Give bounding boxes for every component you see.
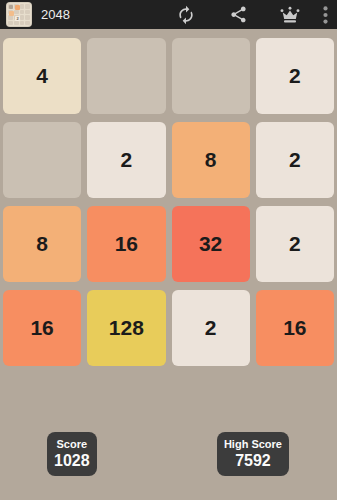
crown-icon[interactable] xyxy=(279,4,301,26)
cell-r2-c0: 8 xyxy=(3,206,81,282)
cell-r0-c0: 4 xyxy=(3,38,81,114)
app-bar-actions xyxy=(145,4,331,26)
cell-r3-c3: 16 xyxy=(256,290,334,366)
cell-r0-c3: 2 xyxy=(256,38,334,114)
cell-r1-c3: 2 xyxy=(256,122,334,198)
game-board[interactable]: 4 2 2 8 2 8 16 32 2 16 128 2 16 xyxy=(0,29,337,366)
high-score-value: 7592 xyxy=(224,451,282,471)
score-box: Score 1028 xyxy=(47,432,97,476)
cell-r2-c2: 32 xyxy=(172,206,250,282)
app-icon-tile xyxy=(9,11,14,16)
cell-r0-c2 xyxy=(172,38,250,114)
cell-r2-c3: 2 xyxy=(256,206,334,282)
high-score-label: High Score xyxy=(224,437,282,451)
score-label: Score xyxy=(54,437,90,451)
share-icon[interactable] xyxy=(227,4,249,26)
cell-r1-c0 xyxy=(3,122,81,198)
cell-r0-c1 xyxy=(87,38,165,114)
score-value: 1028 xyxy=(54,451,90,471)
overflow-menu-icon[interactable] xyxy=(319,4,331,26)
cell-r1-c2: 8 xyxy=(172,122,250,198)
app-icon-tile-2: 2 xyxy=(15,16,20,21)
app-icon-tile xyxy=(15,5,20,10)
cell-r1-c1: 2 xyxy=(87,122,165,198)
cell-r3-c1: 128 xyxy=(87,290,165,366)
app-title: 2048 xyxy=(41,7,70,22)
refresh-icon[interactable] xyxy=(175,4,197,26)
app-icon: 2 xyxy=(6,2,32,27)
app-bar: 2 2048 xyxy=(0,0,337,29)
cell-r2-c1: 16 xyxy=(87,206,165,282)
app-icon-tile xyxy=(9,5,13,9)
cell-r3-c2: 2 xyxy=(172,290,250,366)
high-score-box: High Score 7592 xyxy=(217,432,289,476)
cell-r3-c0: 16 xyxy=(3,290,81,366)
